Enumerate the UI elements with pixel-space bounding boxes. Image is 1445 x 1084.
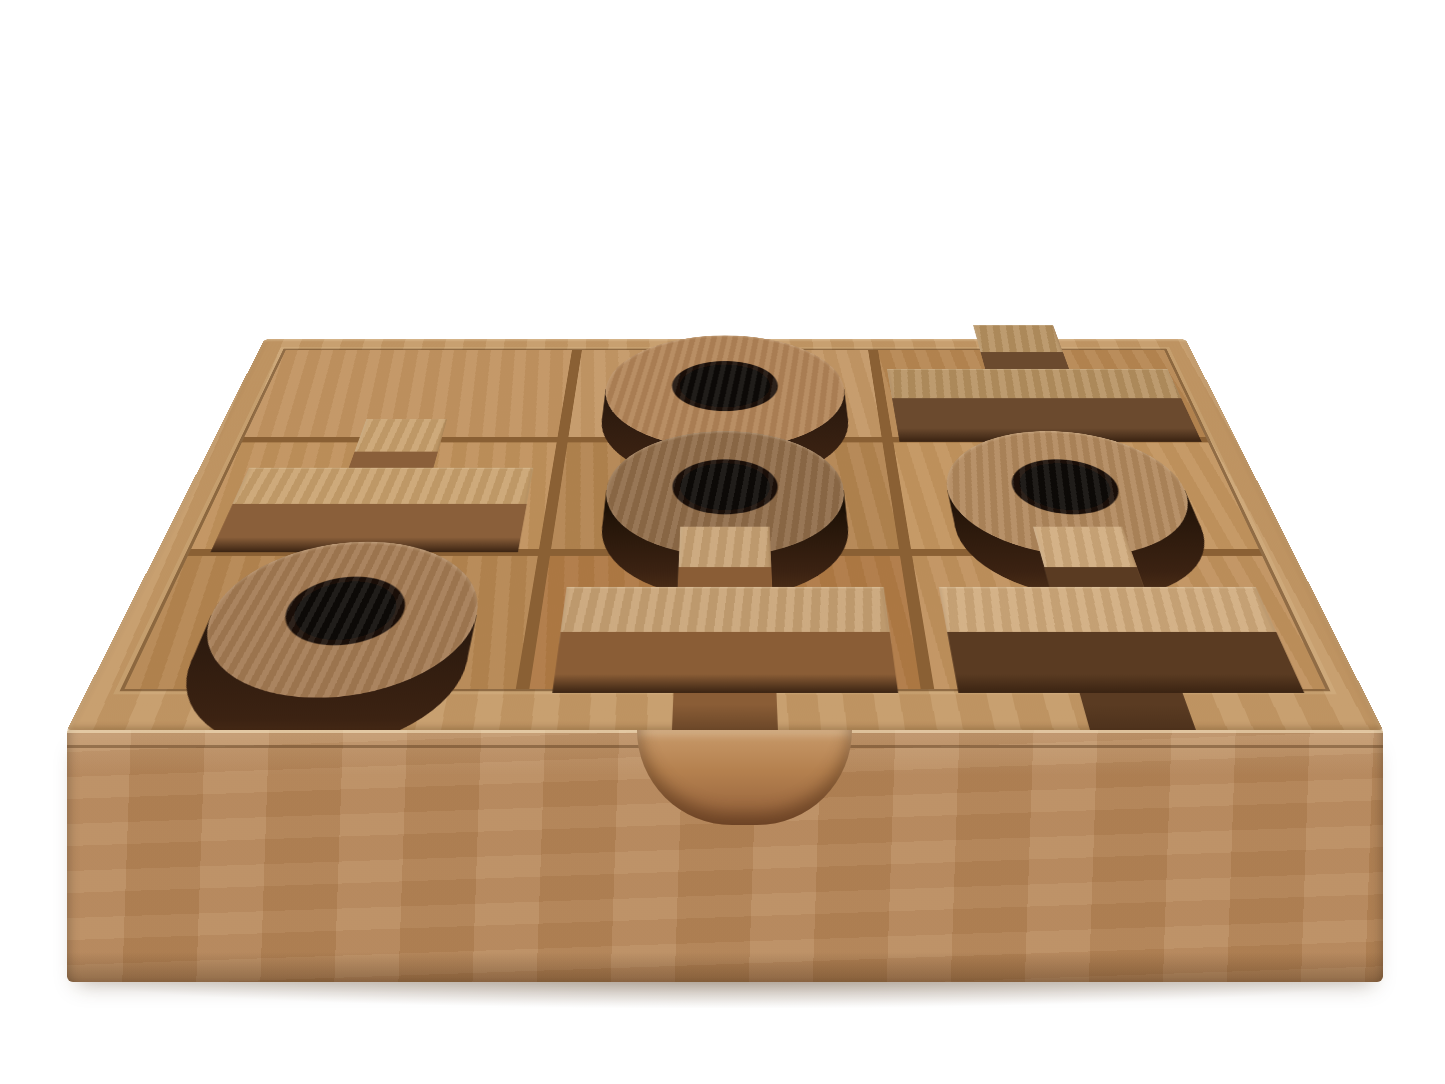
x-piece-horizontal-bar bbox=[939, 587, 1282, 644]
x-piece-r2c2 bbox=[928, 527, 1315, 718]
cell-r2c1[interactable] bbox=[529, 556, 920, 689]
finger-notch bbox=[637, 730, 852, 825]
front-bottom-shading bbox=[67, 952, 1383, 982]
cell-r1c0[interactable] bbox=[191, 442, 557, 549]
cell-r2c0[interactable] bbox=[125, 556, 538, 689]
cell-r2c2[interactable] bbox=[912, 556, 1325, 689]
board-grid bbox=[125, 350, 1326, 689]
board-lid bbox=[67, 339, 1383, 730]
x-piece-horizontal-bar bbox=[228, 468, 533, 514]
box-front-face bbox=[67, 730, 1383, 982]
cell-r0c2[interactable] bbox=[878, 350, 1206, 437]
scene bbox=[0, 0, 1445, 1084]
cell-r0c1[interactable] bbox=[568, 350, 881, 437]
x-piece-horizontal-bar bbox=[887, 369, 1187, 410]
x-piece-horizontal-bar bbox=[559, 587, 891, 644]
x-piece-r2c1 bbox=[549, 527, 901, 718]
